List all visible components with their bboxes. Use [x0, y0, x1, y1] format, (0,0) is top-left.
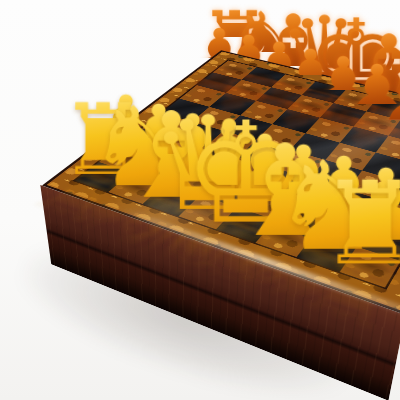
photo-canvas: ♜♞♝♛♚♝♞♜♟♟♟♟♟♟♟♟♟♟♟♟♟♟♟♟♜♞♝♛♚♝♞♜ ♜♞♝♛♚♝♞… [0, 0, 400, 400]
white-rook-h1: ♜ [284, 81, 400, 265]
scene: ♜♞♝♛♚♝♞♜♟♟♟♟♟♟♟♟♟♟♟♟♟♟♟♟♜♞♝♛♚♝♞♜ ♜♞♝♛♚♝♞… [0, 0, 400, 400]
chess-board-box: ♜♞♝♛♚♝♞♜♟♟♟♟♟♟♟♟♟♟♟♟♟♟♟♟♜♞♝♛♚♝♞♜ ♜♞♝♛♚♝♞… [42, 50, 400, 314]
